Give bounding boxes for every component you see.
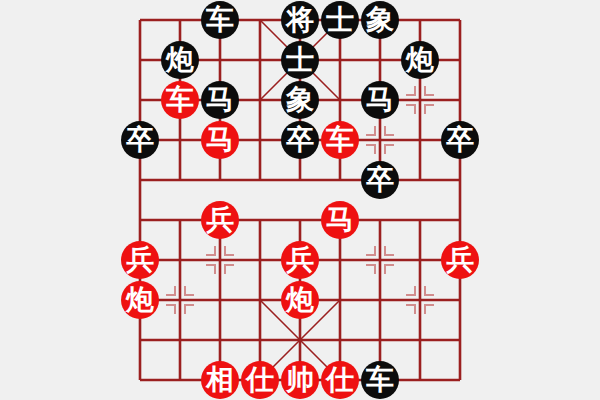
piece-black-advisor[interactable]: 士 xyxy=(321,1,359,39)
piece-red-rook[interactable]: 车 xyxy=(161,81,199,119)
piece-black-rook[interactable]: 车 xyxy=(361,361,399,399)
xiangqi-board[interactable]: 车将士象炮士炮车马象马卒马卒车卒卒兵马兵兵兵炮炮相仕帅仕车 xyxy=(0,0,600,400)
piece-red-king[interactable]: 帅 xyxy=(281,361,319,399)
piece-red-rook[interactable]: 车 xyxy=(321,121,359,159)
piece-black-king[interactable]: 将 xyxy=(281,1,319,39)
piece-black-soldier[interactable]: 卒 xyxy=(121,121,159,159)
piece-black-cannon[interactable]: 炮 xyxy=(401,41,439,79)
piece-black-rook[interactable]: 车 xyxy=(201,1,239,39)
piece-red-cannon[interactable]: 炮 xyxy=(121,281,159,319)
piece-red-soldier[interactable]: 兵 xyxy=(201,201,239,239)
piece-red-soldier[interactable]: 兵 xyxy=(441,241,479,279)
piece-red-cannon[interactable]: 炮 xyxy=(281,281,319,319)
piece-black-horse[interactable]: 马 xyxy=(361,81,399,119)
piece-red-soldier[interactable]: 兵 xyxy=(121,241,159,279)
piece-red-soldier[interactable]: 兵 xyxy=(281,241,319,279)
piece-black-advisor[interactable]: 士 xyxy=(281,41,319,79)
piece-black-soldier[interactable]: 卒 xyxy=(281,121,319,159)
piece-black-elephant[interactable]: 象 xyxy=(361,1,399,39)
piece-black-elephant[interactable]: 象 xyxy=(281,81,319,119)
piece-red-horse[interactable]: 马 xyxy=(321,201,359,239)
piece-black-cannon[interactable]: 炮 xyxy=(161,41,199,79)
piece-red-advisor[interactable]: 仕 xyxy=(321,361,359,399)
piece-red-advisor[interactable]: 仕 xyxy=(241,361,279,399)
pieces-layer: 车将士象炮士炮车马象马卒马卒车卒卒兵马兵兵兵炮炮相仕帅仕车 xyxy=(0,0,600,400)
piece-black-soldier[interactable]: 卒 xyxy=(361,161,399,199)
piece-red-elephant[interactable]: 相 xyxy=(201,361,239,399)
piece-red-horse[interactable]: 马 xyxy=(201,121,239,159)
piece-black-soldier[interactable]: 卒 xyxy=(441,121,479,159)
piece-black-horse[interactable]: 马 xyxy=(201,81,239,119)
